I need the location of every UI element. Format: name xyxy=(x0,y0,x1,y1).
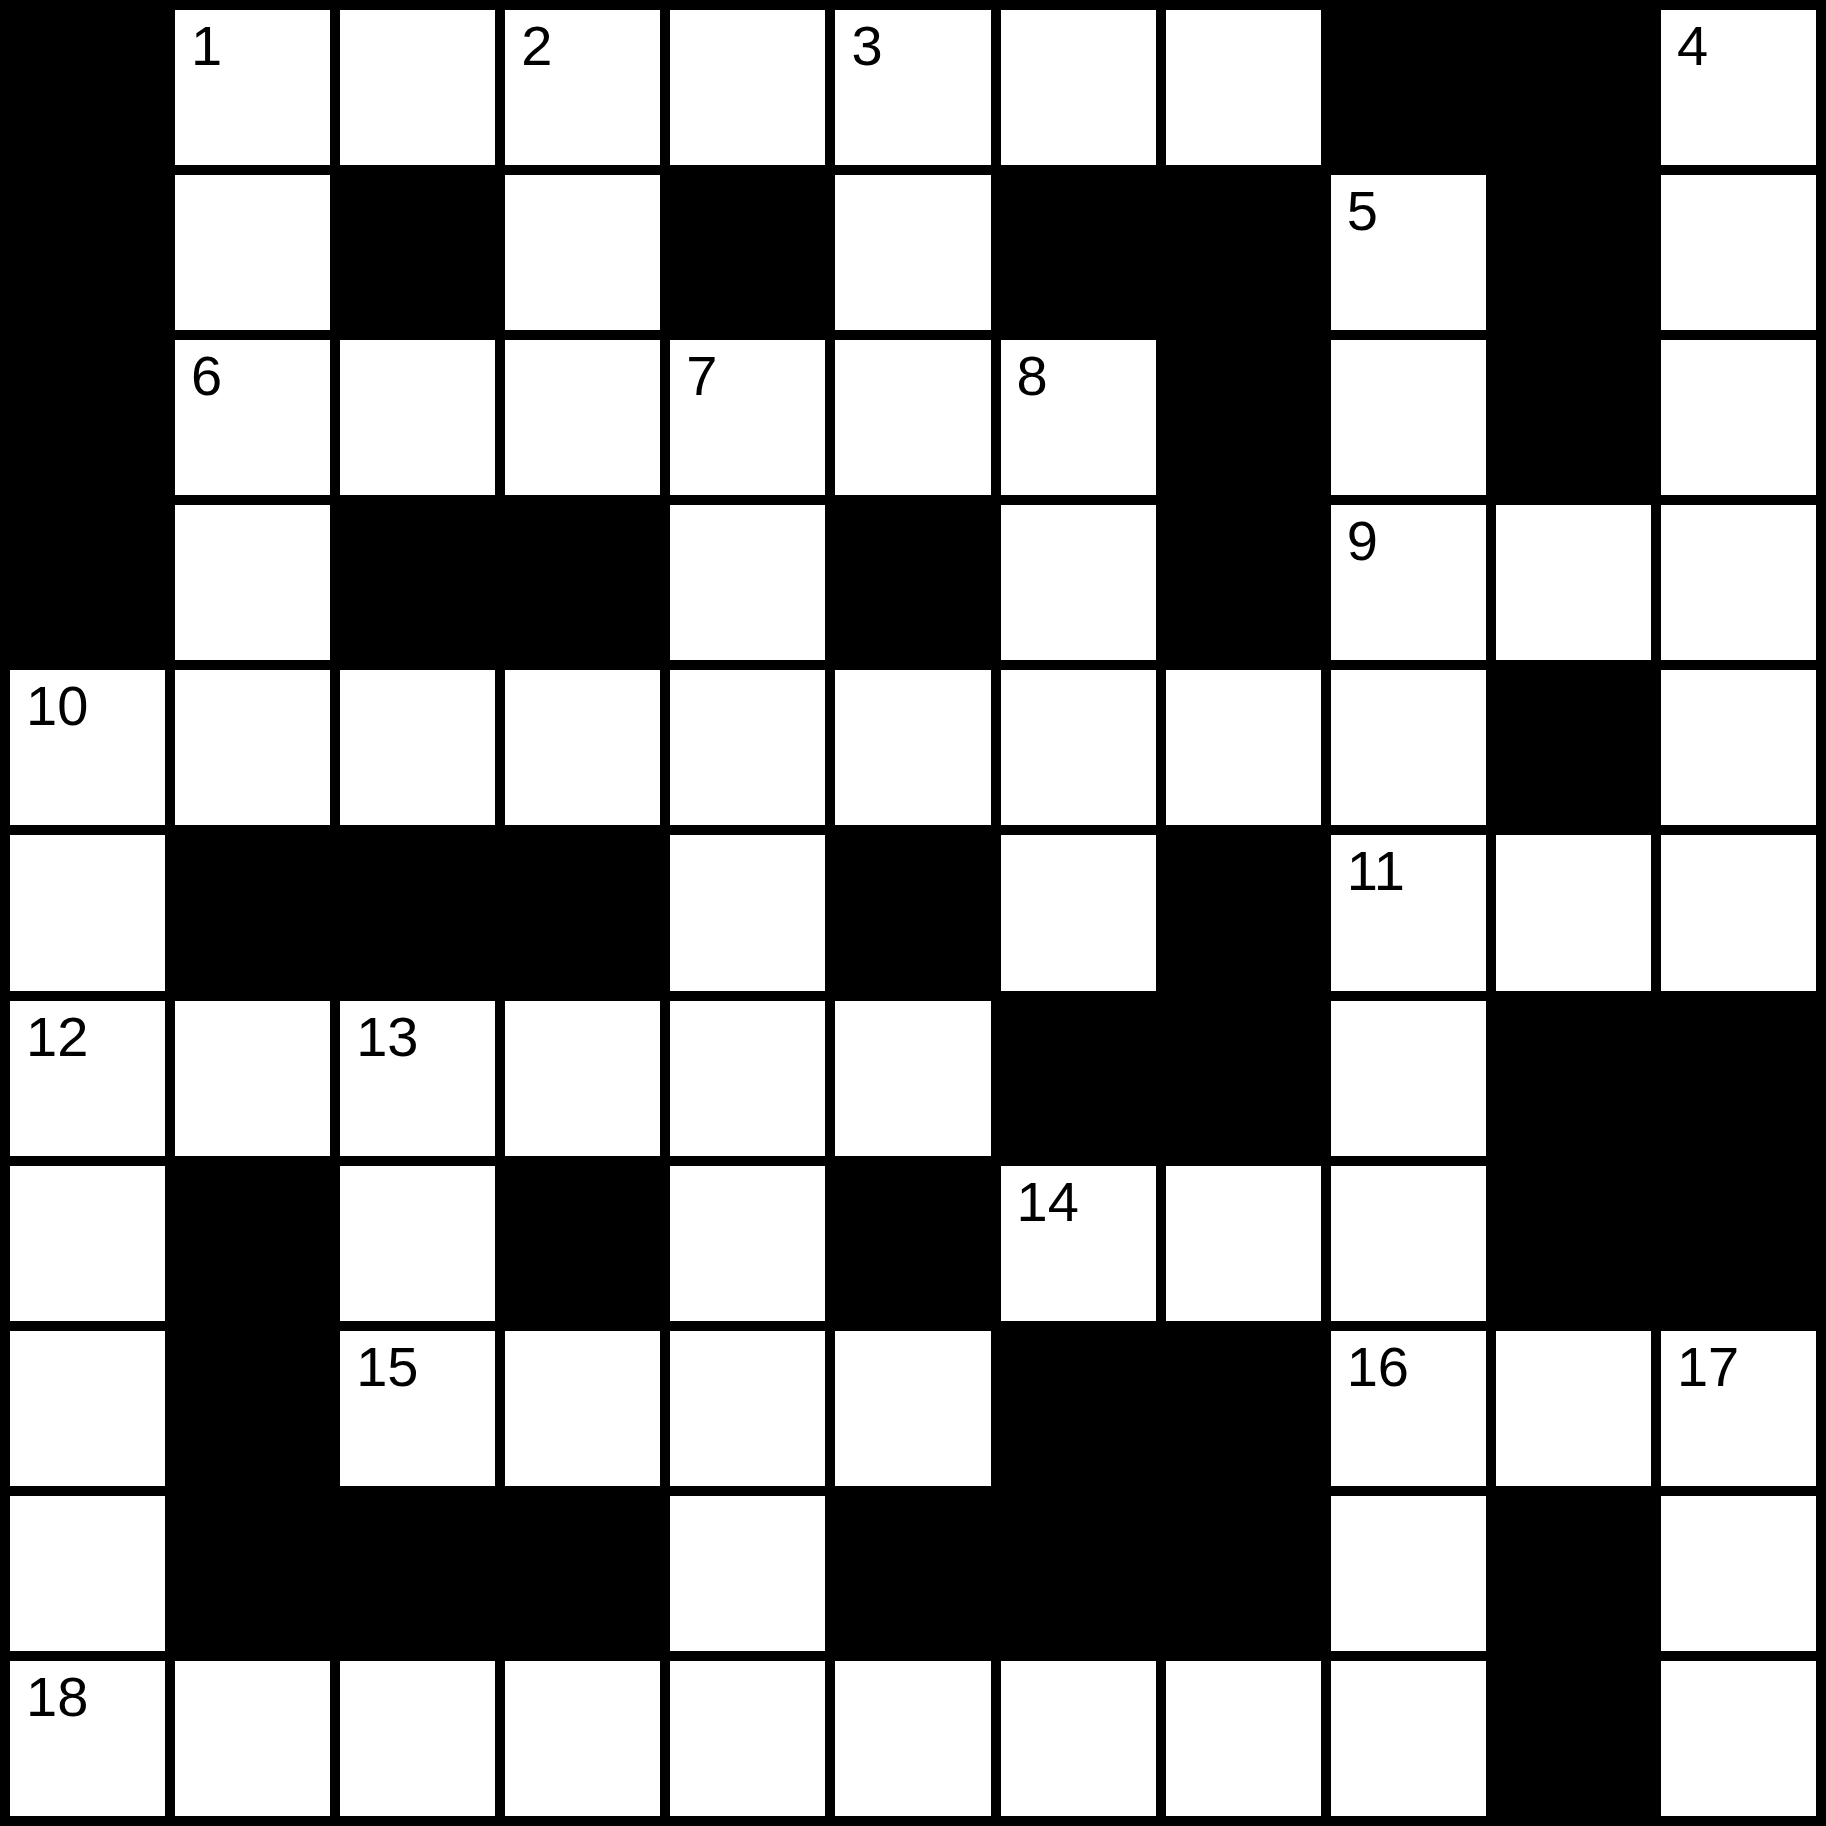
letter-cell-r1c5[interactable] xyxy=(835,175,990,330)
block-cell-r6c6 xyxy=(1001,1001,1156,1156)
block-cell-r1c7 xyxy=(1166,175,1321,330)
letter-cell-r0c3[interactable]: 2 xyxy=(505,10,660,165)
letter-cell-r4c6[interactable] xyxy=(1001,670,1156,825)
letter-cell-r2c6[interactable]: 8 xyxy=(1001,340,1156,495)
letter-cell-r5c4[interactable] xyxy=(670,835,825,990)
clue-number-7: 7 xyxy=(686,348,717,404)
block-cell-r3c0 xyxy=(10,505,165,660)
letter-cell-r3c4[interactable] xyxy=(670,505,825,660)
block-cell-r1c6 xyxy=(1001,175,1156,330)
block-cell-r5c1 xyxy=(175,835,330,990)
clue-number-9: 9 xyxy=(1347,513,1378,569)
letter-cell-r7c6[interactable]: 14 xyxy=(1001,1166,1156,1321)
letter-cell-r5c0[interactable] xyxy=(10,835,165,990)
letter-cell-r5c10[interactable] xyxy=(1661,835,1816,990)
letter-cell-r4c1[interactable] xyxy=(175,670,330,825)
block-cell-r6c9 xyxy=(1496,1001,1651,1156)
letter-cell-r3c10[interactable] xyxy=(1661,505,1816,660)
clue-number-15: 15 xyxy=(356,1339,418,1395)
letter-cell-r0c7[interactable] xyxy=(1166,10,1321,165)
block-cell-r0c0 xyxy=(10,10,165,165)
letter-cell-r4c0[interactable]: 10 xyxy=(10,670,165,825)
letter-cell-r4c3[interactable] xyxy=(505,670,660,825)
letter-cell-r10c7[interactable] xyxy=(1166,1661,1321,1816)
block-cell-r8c6 xyxy=(1001,1331,1156,1486)
block-cell-r3c7 xyxy=(1166,505,1321,660)
letter-cell-r5c8[interactable]: 11 xyxy=(1331,835,1486,990)
letter-cell-r10c5[interactable] xyxy=(835,1661,990,1816)
letter-cell-r1c10[interactable] xyxy=(1661,175,1816,330)
letter-cell-r0c4[interactable] xyxy=(670,10,825,165)
letter-cell-r8c0[interactable] xyxy=(10,1331,165,1486)
letter-cell-r2c2[interactable] xyxy=(340,340,495,495)
letter-cell-r4c10[interactable] xyxy=(1661,670,1816,825)
block-cell-r9c1 xyxy=(175,1496,330,1651)
clue-number-3: 3 xyxy=(851,18,882,74)
block-cell-r6c10 xyxy=(1661,1001,1816,1156)
block-cell-r9c3 xyxy=(505,1496,660,1651)
crossword-board: 123456789101112131415161718 xyxy=(0,0,1826,1826)
letter-cell-r1c1[interactable] xyxy=(175,175,330,330)
letter-cell-r4c7[interactable] xyxy=(1166,670,1321,825)
clue-number-17: 17 xyxy=(1677,1339,1739,1395)
letter-cell-r10c3[interactable] xyxy=(505,1661,660,1816)
letter-cell-r1c3[interactable] xyxy=(505,175,660,330)
block-cell-r5c2 xyxy=(340,835,495,990)
block-cell-r8c7 xyxy=(1166,1331,1321,1486)
block-cell-r3c2 xyxy=(340,505,495,660)
letter-cell-r8c5[interactable] xyxy=(835,1331,990,1486)
letter-cell-r10c10[interactable] xyxy=(1661,1661,1816,1816)
block-cell-r1c0 xyxy=(10,175,165,330)
block-cell-r6c7 xyxy=(1166,1001,1321,1156)
letter-cell-r2c3[interactable] xyxy=(505,340,660,495)
letter-cell-r2c1[interactable]: 6 xyxy=(175,340,330,495)
letter-cell-r4c8[interactable] xyxy=(1331,670,1486,825)
letter-cell-r8c8[interactable]: 16 xyxy=(1331,1331,1486,1486)
letter-cell-r7c7[interactable] xyxy=(1166,1166,1321,1321)
block-cell-r5c3 xyxy=(505,835,660,990)
letter-cell-r9c0[interactable] xyxy=(10,1496,165,1651)
block-cell-r9c6 xyxy=(1001,1496,1156,1651)
clue-number-2: 2 xyxy=(521,18,552,74)
letter-cell-r6c3[interactable] xyxy=(505,1001,660,1156)
block-cell-r5c5 xyxy=(835,835,990,990)
letter-cell-r10c1[interactable] xyxy=(175,1661,330,1816)
letter-cell-r0c1[interactable]: 1 xyxy=(175,10,330,165)
letter-cell-r9c4[interactable] xyxy=(670,1496,825,1651)
letter-cell-r6c8[interactable] xyxy=(1331,1001,1486,1156)
letter-cell-r6c0[interactable]: 12 xyxy=(10,1001,165,1156)
letter-cell-r7c4[interactable] xyxy=(670,1166,825,1321)
letter-cell-r6c4[interactable] xyxy=(670,1001,825,1156)
letter-cell-r2c4[interactable]: 7 xyxy=(670,340,825,495)
block-cell-r2c9 xyxy=(1496,340,1651,495)
letter-cell-r0c10[interactable]: 4 xyxy=(1661,10,1816,165)
block-cell-r1c2 xyxy=(340,175,495,330)
letter-cell-r0c2[interactable] xyxy=(340,10,495,165)
letter-cell-r6c1[interactable] xyxy=(175,1001,330,1156)
block-cell-r4c9 xyxy=(1496,670,1651,825)
letter-cell-r9c8[interactable] xyxy=(1331,1496,1486,1651)
letter-cell-r4c2[interactable] xyxy=(340,670,495,825)
block-cell-r9c7 xyxy=(1166,1496,1321,1651)
block-cell-r10c9 xyxy=(1496,1661,1651,1816)
block-cell-r7c1 xyxy=(175,1166,330,1321)
block-cell-r2c7 xyxy=(1166,340,1321,495)
letter-cell-r0c6[interactable] xyxy=(1001,10,1156,165)
letter-cell-r8c2[interactable]: 15 xyxy=(340,1331,495,1486)
letter-cell-r8c4[interactable] xyxy=(670,1331,825,1486)
clue-number-5: 5 xyxy=(1347,183,1378,239)
block-cell-r1c4 xyxy=(670,175,825,330)
clue-number-16: 16 xyxy=(1347,1339,1409,1395)
letter-cell-r6c5[interactable] xyxy=(835,1001,990,1156)
letter-cell-r2c10[interactable] xyxy=(1661,340,1816,495)
block-cell-r0c8 xyxy=(1331,10,1486,165)
letter-cell-r5c6[interactable] xyxy=(1001,835,1156,990)
block-cell-r9c5 xyxy=(835,1496,990,1651)
clue-number-4: 4 xyxy=(1677,18,1708,74)
clue-number-14: 14 xyxy=(1017,1174,1079,1230)
block-cell-r9c9 xyxy=(1496,1496,1651,1651)
letter-cell-r3c9[interactable] xyxy=(1496,505,1651,660)
letter-cell-r3c6[interactable] xyxy=(1001,505,1156,660)
letter-cell-r10c2[interactable] xyxy=(340,1661,495,1816)
letter-cell-r6c2[interactable]: 13 xyxy=(340,1001,495,1156)
letter-cell-r10c4[interactable] xyxy=(670,1661,825,1816)
block-cell-r7c3 xyxy=(505,1166,660,1321)
block-cell-r3c5 xyxy=(835,505,990,660)
letter-cell-r8c10[interactable]: 17 xyxy=(1661,1331,1816,1486)
block-cell-r7c10 xyxy=(1661,1166,1816,1321)
letter-cell-r3c8[interactable]: 9 xyxy=(1331,505,1486,660)
block-cell-r3c3 xyxy=(505,505,660,660)
clue-number-11: 11 xyxy=(1347,843,1405,899)
letter-cell-r5c9[interactable] xyxy=(1496,835,1651,990)
clue-number-1: 1 xyxy=(191,18,222,74)
clue-number-6: 6 xyxy=(191,348,222,404)
letter-cell-r10c0[interactable]: 18 xyxy=(10,1661,165,1816)
letter-cell-r2c5[interactable] xyxy=(835,340,990,495)
letter-cell-r1c8[interactable]: 5 xyxy=(1331,175,1486,330)
block-cell-r8c1 xyxy=(175,1331,330,1486)
letter-cell-r7c0[interactable] xyxy=(10,1166,165,1321)
letter-cell-r9c10[interactable] xyxy=(1661,1496,1816,1651)
letter-cell-r8c9[interactable] xyxy=(1496,1331,1651,1486)
block-cell-r7c5 xyxy=(835,1166,990,1321)
clue-number-10: 10 xyxy=(26,678,88,734)
letter-cell-r8c3[interactable] xyxy=(505,1331,660,1486)
letter-cell-r3c1[interactable] xyxy=(175,505,330,660)
block-cell-r2c0 xyxy=(10,340,165,495)
clue-number-8: 8 xyxy=(1017,348,1048,404)
letter-cell-r4c5[interactable] xyxy=(835,670,990,825)
letter-cell-r4c4[interactable] xyxy=(670,670,825,825)
letter-cell-r0c5[interactable]: 3 xyxy=(835,10,990,165)
block-cell-r5c7 xyxy=(1166,835,1321,990)
clue-number-12: 12 xyxy=(26,1009,88,1065)
letter-cell-r7c2[interactable] xyxy=(340,1166,495,1321)
clue-number-18: 18 xyxy=(26,1669,88,1725)
clue-number-13: 13 xyxy=(356,1009,418,1065)
block-cell-r0c9 xyxy=(1496,10,1651,165)
letter-cell-r10c6[interactable] xyxy=(1001,1661,1156,1816)
letter-cell-r2c8[interactable] xyxy=(1331,340,1486,495)
block-cell-r9c2 xyxy=(340,1496,495,1651)
letter-cell-r10c8[interactable] xyxy=(1331,1661,1486,1816)
block-cell-r1c9 xyxy=(1496,175,1651,330)
letter-cell-r7c8[interactable] xyxy=(1331,1166,1486,1321)
block-cell-r7c9 xyxy=(1496,1166,1651,1321)
